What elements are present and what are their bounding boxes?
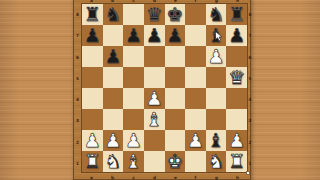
square-b4[interactable] [103,88,124,109]
square-b2[interactable]: ♟ [103,130,124,151]
piece-black-knight[interactable]: ♞ [208,5,225,24]
square-c2[interactable]: ♟ [123,130,144,151]
piece-white-pawn[interactable]: ♟ [228,131,245,150]
piece-white-bishop[interactable]: ♝ [146,110,163,129]
square-g6[interactable]: ♟ [206,46,227,67]
square-c6[interactable] [123,46,144,67]
file-label: g [208,174,226,179]
piece-white-pawn[interactable]: ♟ [187,131,204,150]
square-a7[interactable]: ♟ [82,25,103,46]
square-d3[interactable]: ♝ [144,109,165,130]
square-h2[interactable]: ♟ [226,130,247,151]
square-h1[interactable]: ♜ [226,151,247,172]
square-b1[interactable]: ♞ [103,151,124,172]
piece-black-pawn[interactable]: ♟ [146,26,163,45]
square-a4[interactable] [82,88,103,109]
piece-white-queen[interactable]: ♛ [228,68,245,87]
rank-label: 6 [248,47,251,65]
square-e3[interactable] [165,109,186,130]
square-g1[interactable]: ♞ [206,151,227,172]
square-e2[interactable] [165,130,186,151]
square-h8[interactable]: ♜ [226,4,247,25]
rank-label: 8 [248,5,251,23]
rank-label: 7 [248,26,251,44]
file-label: h [229,174,247,179]
piece-white-rook[interactable]: ♜ [84,152,101,171]
square-c3[interactable] [123,109,144,130]
square-g4[interactable] [206,88,227,109]
piece-black-knight[interactable]: ♞ [104,5,121,24]
file-label: d [145,174,163,179]
square-b5[interactable] [103,67,124,88]
rank-label: 4 [75,90,81,108]
square-d6[interactable] [144,46,165,67]
square-d7[interactable]: ♟ [144,25,165,46]
square-c7[interactable]: ♟ [123,25,144,46]
rank-label: 5 [75,68,81,86]
square-e8[interactable]: ♚ [165,4,186,25]
square-c5[interactable] [123,67,144,88]
square-f8[interactable] [185,4,206,25]
piece-white-king[interactable]: ♚ [166,152,183,171]
square-d5[interactable] [144,67,165,88]
piece-black-pawn[interactable]: ♟ [125,26,142,45]
square-b6[interactable]: ♟ [103,46,124,67]
square-h3[interactable] [226,109,247,130]
square-d4[interactable]: ♟ [144,88,165,109]
piece-white-knight[interactable]: ♞ [104,152,121,171]
square-f6[interactable] [185,46,206,67]
rank-label: 4 [248,90,251,108]
piece-black-queen[interactable]: ♛ [146,5,163,24]
square-a1[interactable]: ♜ [82,151,103,172]
square-h4[interactable] [226,88,247,109]
rank-labels-right: 87654321 [248,3,252,173]
mouse-cursor-icon [215,31,223,42]
piece-white-knight[interactable]: ♞ [208,152,225,171]
square-h7[interactable]: ♟ [226,25,247,46]
square-g8[interactable]: ♞ [206,4,227,25]
file-labels-bottom: abcdefgh [81,174,248,180]
square-g3[interactable] [206,109,227,130]
square-c8[interactable] [123,4,144,25]
rank-label: 1 [75,153,81,171]
square-f2[interactable]: ♟ [185,130,206,151]
chess-app-canvas: abcdefgh abcdefgh 87654321 87654321 ♜♞♛♚… [0,0,320,180]
square-b8[interactable]: ♞ [103,4,124,25]
side-to-move-indicator [246,171,250,175]
square-e5[interactable] [165,67,186,88]
file-label: b [103,174,121,179]
piece-black-pawn[interactable]: ♟ [228,26,245,45]
square-d8[interactable]: ♛ [144,4,165,25]
square-f7[interactable] [185,25,206,46]
piece-white-bishop[interactable]: ♝ [125,152,142,171]
piece-black-rook[interactable]: ♜ [84,5,101,24]
square-g2[interactable]: ♝ [206,130,227,151]
rank-label: 3 [75,111,81,129]
piece-white-pawn[interactable]: ♟ [84,131,101,150]
square-e1[interactable]: ♚ [165,151,186,172]
square-d2[interactable] [144,130,165,151]
square-a3[interactable] [82,109,103,130]
square-f5[interactable] [185,67,206,88]
square-h5[interactable]: ♛ [226,67,247,88]
rank-label: 6 [75,47,81,65]
file-label: e [166,174,184,179]
piece-white-pawn[interactable]: ♟ [125,131,142,150]
square-f4[interactable] [185,88,206,109]
square-c1[interactable]: ♝ [123,151,144,172]
rank-label: 8 [75,5,81,23]
piece-white-rook[interactable]: ♜ [228,152,245,171]
chess-board: abcdefgh abcdefgh 87654321 87654321 ♜♞♛♚… [73,0,251,180]
square-f1[interactable] [185,151,206,172]
piece-white-pawn[interactable]: ♟ [104,131,121,150]
rank-label: 3 [248,111,251,129]
piece-white-pawn[interactable]: ♟ [146,89,163,108]
square-a2[interactable]: ♟ [82,130,103,151]
piece-black-pawn[interactable]: ♟ [166,26,183,45]
square-c4[interactable] [123,88,144,109]
square-e6[interactable] [165,46,186,67]
square-a6[interactable] [82,46,103,67]
square-d1[interactable] [144,151,165,172]
piece-black-pawn[interactable]: ♟ [104,47,121,66]
rank-label: 1 [248,153,251,171]
square-a8[interactable]: ♜ [82,4,103,25]
square-h6[interactable] [226,46,247,67]
piece-black-bishop[interactable]: ♝ [208,131,225,150]
piece-white-pawn[interactable]: ♟ [208,47,225,66]
rank-labels-left: 87654321 [74,3,81,173]
rank-label: 2 [75,132,81,150]
file-label: c [124,174,142,179]
rank-label: 2 [248,132,251,150]
rank-label: 5 [248,68,251,86]
square-b7[interactable] [103,25,124,46]
file-label: f [187,174,205,179]
piece-black-pawn[interactable]: ♟ [84,26,101,45]
square-e4[interactable] [165,88,186,109]
square-a5[interactable] [82,67,103,88]
piece-black-rook[interactable]: ♜ [228,5,245,24]
board-grid: ♜♞♛♚♞♜♟♟♟♟♝♟♟♟♛♟♝♟♟♟♟♝♟♜♞♝♚♞♜ [81,3,248,173]
square-g5[interactable] [206,67,227,88]
square-f3[interactable] [185,109,206,130]
piece-black-king[interactable]: ♚ [166,5,183,24]
file-label: a [83,174,101,179]
square-e7[interactable]: ♟ [165,25,186,46]
rank-label: 7 [75,26,81,44]
square-b3[interactable] [103,109,124,130]
